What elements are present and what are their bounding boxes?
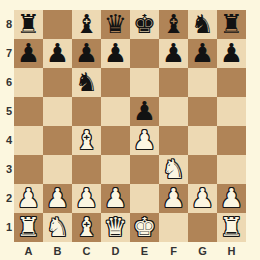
black-pawn-d7[interactable]: ♟ bbox=[101, 39, 130, 68]
square-b7[interactable]: ♟ bbox=[43, 39, 72, 68]
rank-label-6: 6 bbox=[0, 68, 12, 97]
file-label-f: F bbox=[159, 242, 188, 260]
black-bishop-f8[interactable]: ♝ bbox=[159, 10, 188, 39]
square-b4[interactable] bbox=[43, 126, 72, 155]
white-bishop-c4[interactable]: ♝ bbox=[72, 126, 101, 155]
square-c2[interactable]: ♟ bbox=[72, 184, 101, 213]
file-label-a: A bbox=[14, 242, 43, 260]
square-f7[interactable]: ♟ bbox=[159, 39, 188, 68]
square-d3[interactable] bbox=[101, 155, 130, 184]
square-g6[interactable] bbox=[188, 68, 217, 97]
black-pawn-e5[interactable]: ♟ bbox=[130, 97, 159, 126]
square-c4[interactable]: ♝ bbox=[72, 126, 101, 155]
white-rook-h1[interactable]: ♜ bbox=[217, 213, 246, 242]
black-pawn-f7[interactable]: ♟ bbox=[159, 39, 188, 68]
square-c6[interactable]: ♞ bbox=[72, 68, 101, 97]
square-a6[interactable] bbox=[14, 68, 43, 97]
square-h5[interactable] bbox=[217, 97, 246, 126]
square-f3[interactable]: ♞ bbox=[159, 155, 188, 184]
square-e3[interactable] bbox=[130, 155, 159, 184]
black-pawn-b7[interactable]: ♟ bbox=[43, 39, 72, 68]
square-b6[interactable] bbox=[43, 68, 72, 97]
white-king-e1[interactable]: ♚ bbox=[130, 213, 159, 242]
white-pawn-b2[interactable]: ♟ bbox=[43, 184, 72, 213]
white-knight-b1[interactable]: ♞ bbox=[43, 213, 72, 242]
square-g1[interactable] bbox=[188, 213, 217, 242]
square-a4[interactable] bbox=[14, 126, 43, 155]
rank-label-1: 1 bbox=[0, 213, 12, 242]
file-labels: ABCDEFGH bbox=[14, 242, 246, 260]
square-a5[interactable] bbox=[14, 97, 43, 126]
black-pawn-a7[interactable]: ♟ bbox=[14, 39, 43, 68]
file-label-b: B bbox=[43, 242, 72, 260]
square-a7[interactable]: ♟ bbox=[14, 39, 43, 68]
chess-board: ♜♝♛♚♝♞♜♟♟♟♟♟♟♟♞♟♝♟♞♟♟♟♟♟♟♟♜♞♝♛♚♜ bbox=[14, 10, 246, 242]
rank-label-5: 5 bbox=[0, 97, 12, 126]
square-a2[interactable]: ♟ bbox=[14, 184, 43, 213]
square-d1[interactable]: ♛ bbox=[101, 213, 130, 242]
white-pawn-c2[interactable]: ♟ bbox=[72, 184, 101, 213]
white-queen-d1[interactable]: ♛ bbox=[101, 213, 130, 242]
black-knight-g8[interactable]: ♞ bbox=[188, 10, 217, 39]
square-f1[interactable] bbox=[159, 213, 188, 242]
rank-label-8: 8 bbox=[0, 10, 12, 39]
rank-label-4: 4 bbox=[0, 126, 12, 155]
square-c5[interactable] bbox=[72, 97, 101, 126]
square-f2[interactable]: ♟ bbox=[159, 184, 188, 213]
square-f5[interactable] bbox=[159, 97, 188, 126]
square-h4[interactable] bbox=[217, 126, 246, 155]
square-a1[interactable]: ♜ bbox=[14, 213, 43, 242]
file-label-d: D bbox=[101, 242, 130, 260]
square-b8[interactable] bbox=[43, 10, 72, 39]
square-e6[interactable] bbox=[130, 68, 159, 97]
square-b2[interactable]: ♟ bbox=[43, 184, 72, 213]
black-rook-a8[interactable]: ♜ bbox=[14, 10, 43, 39]
square-h2[interactable]: ♟ bbox=[217, 184, 246, 213]
square-d6[interactable] bbox=[101, 68, 130, 97]
square-c8[interactable]: ♝ bbox=[72, 10, 101, 39]
rank-label-2: 2 bbox=[0, 184, 12, 213]
white-pawn-g2[interactable]: ♟ bbox=[188, 184, 217, 213]
square-h1[interactable]: ♜ bbox=[217, 213, 246, 242]
file-label-h: H bbox=[217, 242, 246, 260]
square-e4[interactable]: ♟ bbox=[130, 126, 159, 155]
square-e2[interactable] bbox=[130, 184, 159, 213]
square-d5[interactable] bbox=[101, 97, 130, 126]
square-h8[interactable]: ♜ bbox=[217, 10, 246, 39]
file-label-e: E bbox=[130, 242, 159, 260]
square-g5[interactable] bbox=[188, 97, 217, 126]
square-e7[interactable] bbox=[130, 39, 159, 68]
square-g7[interactable]: ♟ bbox=[188, 39, 217, 68]
square-b3[interactable] bbox=[43, 155, 72, 184]
square-a8[interactable]: ♜ bbox=[14, 10, 43, 39]
square-c1[interactable]: ♝ bbox=[72, 213, 101, 242]
square-d8[interactable]: ♛ bbox=[101, 10, 130, 39]
chess-diagram: 87654321 ♜♝♛♚♝♞♜♟♟♟♟♟♟♟♞♟♝♟♞♟♟♟♟♟♟♟♜♞♝♛♚… bbox=[0, 0, 260, 260]
square-f4[interactable] bbox=[159, 126, 188, 155]
square-h6[interactable] bbox=[217, 68, 246, 97]
rank-label-7: 7 bbox=[0, 39, 12, 68]
square-c7[interactable]: ♟ bbox=[72, 39, 101, 68]
white-bishop-c1[interactable]: ♝ bbox=[72, 213, 101, 242]
square-a3[interactable] bbox=[14, 155, 43, 184]
rank-label-3: 3 bbox=[0, 155, 12, 184]
square-f8[interactable]: ♝ bbox=[159, 10, 188, 39]
white-knight-f3[interactable]: ♞ bbox=[159, 155, 188, 184]
square-d2[interactable]: ♟ bbox=[101, 184, 130, 213]
square-e8[interactable]: ♚ bbox=[130, 10, 159, 39]
square-d4[interactable] bbox=[101, 126, 130, 155]
black-pawn-g7[interactable]: ♟ bbox=[188, 39, 217, 68]
white-pawn-f2[interactable]: ♟ bbox=[159, 184, 188, 213]
black-king-e8[interactable]: ♚ bbox=[130, 10, 159, 39]
white-pawn-d2[interactable]: ♟ bbox=[101, 184, 130, 213]
square-g8[interactable]: ♞ bbox=[188, 10, 217, 39]
square-e1[interactable]: ♚ bbox=[130, 213, 159, 242]
black-knight-c6[interactable]: ♞ bbox=[72, 68, 101, 97]
white-pawn-h2[interactable]: ♟ bbox=[217, 184, 246, 213]
white-rook-a1[interactable]: ♜ bbox=[14, 213, 43, 242]
file-label-c: C bbox=[72, 242, 101, 260]
square-d7[interactable]: ♟ bbox=[101, 39, 130, 68]
square-h3[interactable] bbox=[217, 155, 246, 184]
square-c3[interactable] bbox=[72, 155, 101, 184]
square-f6[interactable] bbox=[159, 68, 188, 97]
black-pawn-c7[interactable]: ♟ bbox=[72, 39, 101, 68]
rank-labels: 87654321 bbox=[0, 10, 12, 242]
square-g2[interactable]: ♟ bbox=[188, 184, 217, 213]
white-pawn-a2[interactable]: ♟ bbox=[14, 184, 43, 213]
square-h7[interactable]: ♟ bbox=[217, 39, 246, 68]
white-pawn-e4[interactable]: ♟ bbox=[130, 126, 159, 155]
square-g3[interactable] bbox=[188, 155, 217, 184]
black-pawn-h7[interactable]: ♟ bbox=[217, 39, 246, 68]
black-bishop-c8[interactable]: ♝ bbox=[72, 10, 101, 39]
file-label-g: G bbox=[188, 242, 217, 260]
square-e5[interactable]: ♟ bbox=[130, 97, 159, 126]
square-b5[interactable] bbox=[43, 97, 72, 126]
black-queen-d8[interactable]: ♛ bbox=[101, 10, 130, 39]
square-b1[interactable]: ♞ bbox=[43, 213, 72, 242]
square-g4[interactable] bbox=[188, 126, 217, 155]
black-rook-h8[interactable]: ♜ bbox=[217, 10, 246, 39]
